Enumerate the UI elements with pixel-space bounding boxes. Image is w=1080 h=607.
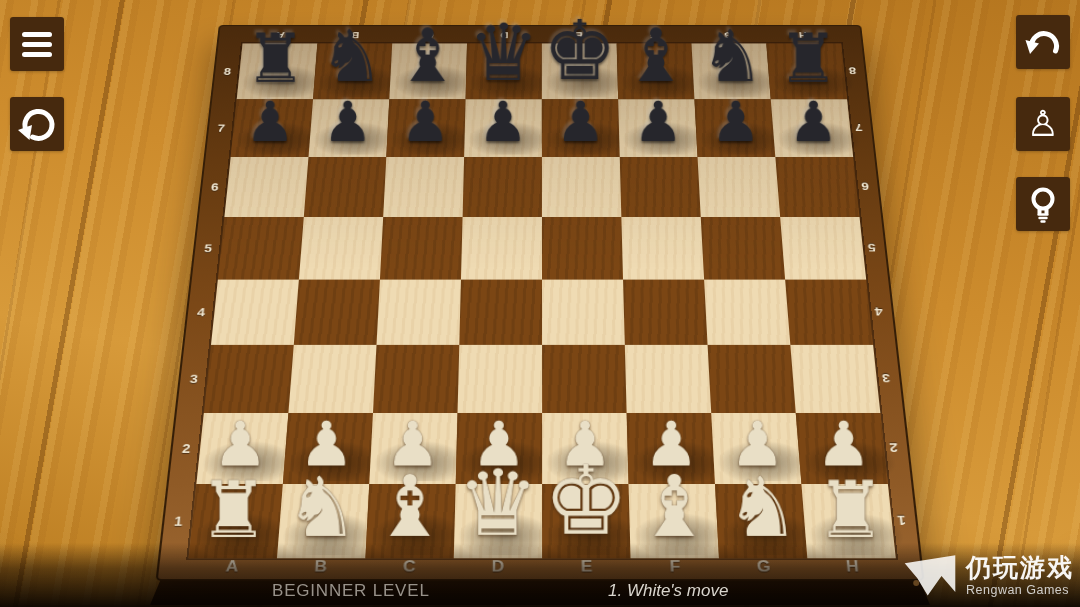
menu-button[interactable] <box>10 17 64 71</box>
rank-label-right-7: 7 <box>843 99 874 157</box>
square-a5[interactable] <box>218 217 304 280</box>
square-d1[interactable]: ♛ <box>454 484 542 558</box>
move-indicator: 1. White's move <box>608 581 728 601</box>
piece-white-bishop[interactable]: ♝ <box>366 464 454 549</box>
square-b1[interactable]: ♞ <box>277 484 369 558</box>
square-c1[interactable]: ♝ <box>365 484 455 558</box>
lightbulb-icon <box>1021 182 1065 226</box>
square-c6[interactable] <box>383 157 464 217</box>
piece-white-rook[interactable]: ♜ <box>190 471 278 549</box>
square-c7[interactable]: ♟ <box>386 99 465 157</box>
piece-white-bishop[interactable]: ♝ <box>630 464 718 549</box>
square-h6[interactable] <box>775 157 859 217</box>
watermark: 仍玩游戏 Rengwan Games <box>902 553 1074 599</box>
piece-black-pawn[interactable]: ♟ <box>231 94 309 150</box>
square-h5[interactable] <box>780 217 866 280</box>
square-a4[interactable] <box>211 280 299 345</box>
piece-white-king[interactable]: ♚ <box>542 453 630 549</box>
square-e7[interactable]: ♟ <box>542 99 620 157</box>
square-a1[interactable]: ♜ <box>189 484 283 558</box>
board-squares: ♜♞♝♛♚♝♞♜♟♟♟♟♟♟♟♟♟♟♟♟♟♟♟♟♜♞♝♛♚♝♞♜ <box>189 44 896 559</box>
square-h4[interactable] <box>785 280 873 345</box>
square-b5[interactable] <box>299 217 383 280</box>
square-f4[interactable] <box>623 280 708 345</box>
file-label-top-B: B <box>317 26 393 43</box>
square-a7[interactable]: ♟ <box>231 99 313 157</box>
square-e3[interactable] <box>542 345 627 413</box>
pawn-icon: ♙ <box>1027 106 1059 142</box>
square-f3[interactable] <box>625 345 711 413</box>
square-g5[interactable] <box>701 217 785 280</box>
square-b6[interactable] <box>304 157 387 217</box>
board-front-edge <box>150 577 930 605</box>
square-e4[interactable] <box>542 280 625 345</box>
piece-black-pawn[interactable]: ♟ <box>309 94 387 150</box>
square-a3[interactable] <box>204 345 294 413</box>
square-a6[interactable] <box>224 157 308 217</box>
square-e6[interactable] <box>542 157 621 217</box>
square-e5[interactable] <box>542 217 623 280</box>
square-d5[interactable] <box>461 217 542 280</box>
piece-black-pawn[interactable]: ♟ <box>775 94 853 150</box>
restart-button[interactable] <box>10 97 64 151</box>
square-b7[interactable]: ♟ <box>309 99 390 157</box>
square-h3[interactable] <box>790 345 880 413</box>
square-g6[interactable] <box>698 157 781 217</box>
square-b3[interactable] <box>288 345 376 413</box>
file-label-top-H: H <box>765 26 841 43</box>
watermark-title-english: Rengwan Games <box>966 584 1074 598</box>
piece-white-knight[interactable]: ♞ <box>718 467 806 550</box>
restart-icon <box>15 102 59 146</box>
rengwan-logo-icon <box>902 553 958 599</box>
watermark-title-chinese: 仍玩游戏 <box>966 554 1074 582</box>
square-f5[interactable] <box>621 217 704 280</box>
file-label-top-E: E <box>542 26 617 43</box>
rank-label-right-5: 5 <box>856 217 889 280</box>
square-c4[interactable] <box>377 280 461 345</box>
chess-board: 87654321 87654321 ABCDEFGH ABCDEFGH ♜♞♝♛… <box>155 25 924 581</box>
square-c3[interactable] <box>373 345 459 413</box>
square-g4[interactable] <box>704 280 790 345</box>
file-label-top-D: D <box>467 26 542 43</box>
square-b4[interactable] <box>294 280 380 345</box>
hint-button[interactable] <box>1016 177 1070 231</box>
square-g1[interactable]: ♞ <box>715 484 807 558</box>
piece-white-queen[interactable]: ♛ <box>454 458 542 549</box>
square-f1[interactable]: ♝ <box>629 484 719 558</box>
square-d6[interactable] <box>463 157 542 217</box>
file-label-top-G: G <box>691 26 767 43</box>
undo-button[interactable] <box>1016 15 1070 69</box>
square-e1[interactable]: ♚ <box>542 484 630 558</box>
file-label-top-C: C <box>392 26 467 43</box>
square-d7[interactable]: ♟ <box>464 99 542 157</box>
chess-app-screen: 87654321 87654321 ABCDEFGH ABCDEFGH ♜♞♝♛… <box>0 0 1080 607</box>
piece-black-pawn[interactable]: ♟ <box>697 94 775 150</box>
rank-label-right-8: 8 <box>837 44 867 100</box>
square-g3[interactable] <box>708 345 796 413</box>
piece-white-knight[interactable]: ♞ <box>278 467 366 550</box>
piece-black-pawn[interactable]: ♟ <box>620 94 698 150</box>
piece-white-rook[interactable]: ♜ <box>807 471 895 549</box>
square-h1[interactable]: ♜ <box>801 484 895 558</box>
square-d3[interactable] <box>458 345 543 413</box>
piece-black-king[interactable]: ♚ <box>542 10 618 93</box>
square-c5[interactable] <box>380 217 463 280</box>
square-d4[interactable] <box>459 280 542 345</box>
square-f6[interactable] <box>620 157 701 217</box>
player-button[interactable]: ♙ <box>1016 97 1070 151</box>
piece-black-pawn[interactable]: ♟ <box>464 94 542 150</box>
file-label-top-A: A <box>243 26 319 43</box>
square-h7[interactable]: ♟ <box>771 99 853 157</box>
square-f7[interactable]: ♟ <box>618 99 697 157</box>
level-label: BEGINNER LEVEL <box>272 581 430 601</box>
piece-black-pawn[interactable]: ♟ <box>387 94 465 150</box>
rank-label-right-6: 6 <box>849 157 881 217</box>
file-label-top-F: F <box>616 26 691 43</box>
square-g7[interactable]: ♟ <box>694 99 775 157</box>
file-labels-top: ABCDEFGH <box>243 26 842 43</box>
undo-icon <box>1021 20 1065 64</box>
piece-black-pawn[interactable]: ♟ <box>542 94 620 150</box>
hamburger-icon <box>22 32 52 57</box>
